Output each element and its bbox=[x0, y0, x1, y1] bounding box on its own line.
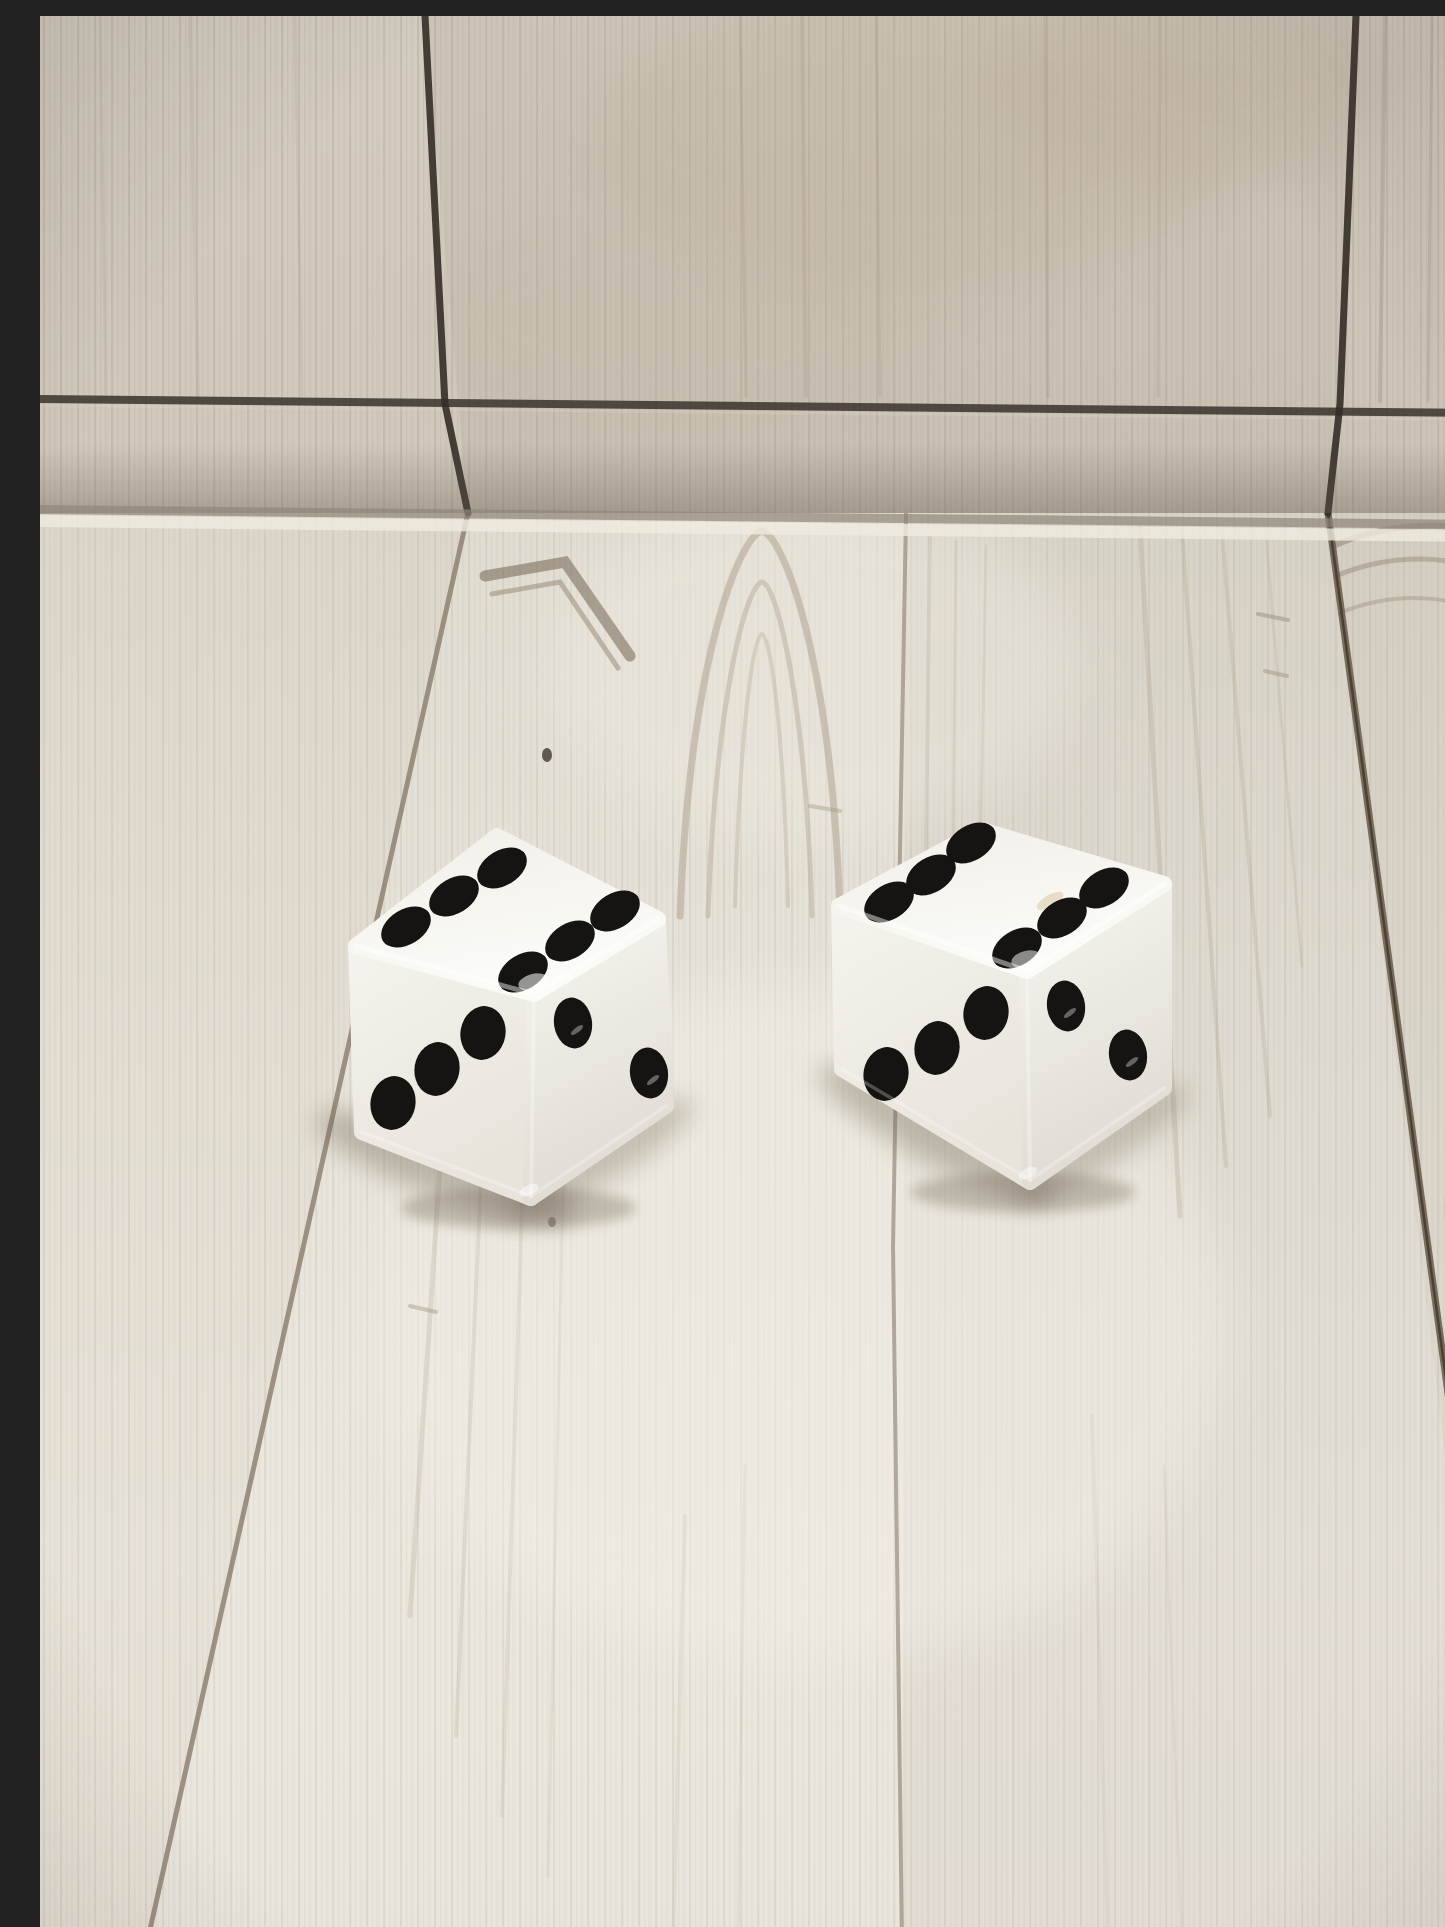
photo-scene: Two white six-sided dice resting on whit… bbox=[40, 16, 1445, 1927]
vignette bbox=[40, 16, 1445, 1927]
dice-photo bbox=[40, 16, 1445, 1927]
